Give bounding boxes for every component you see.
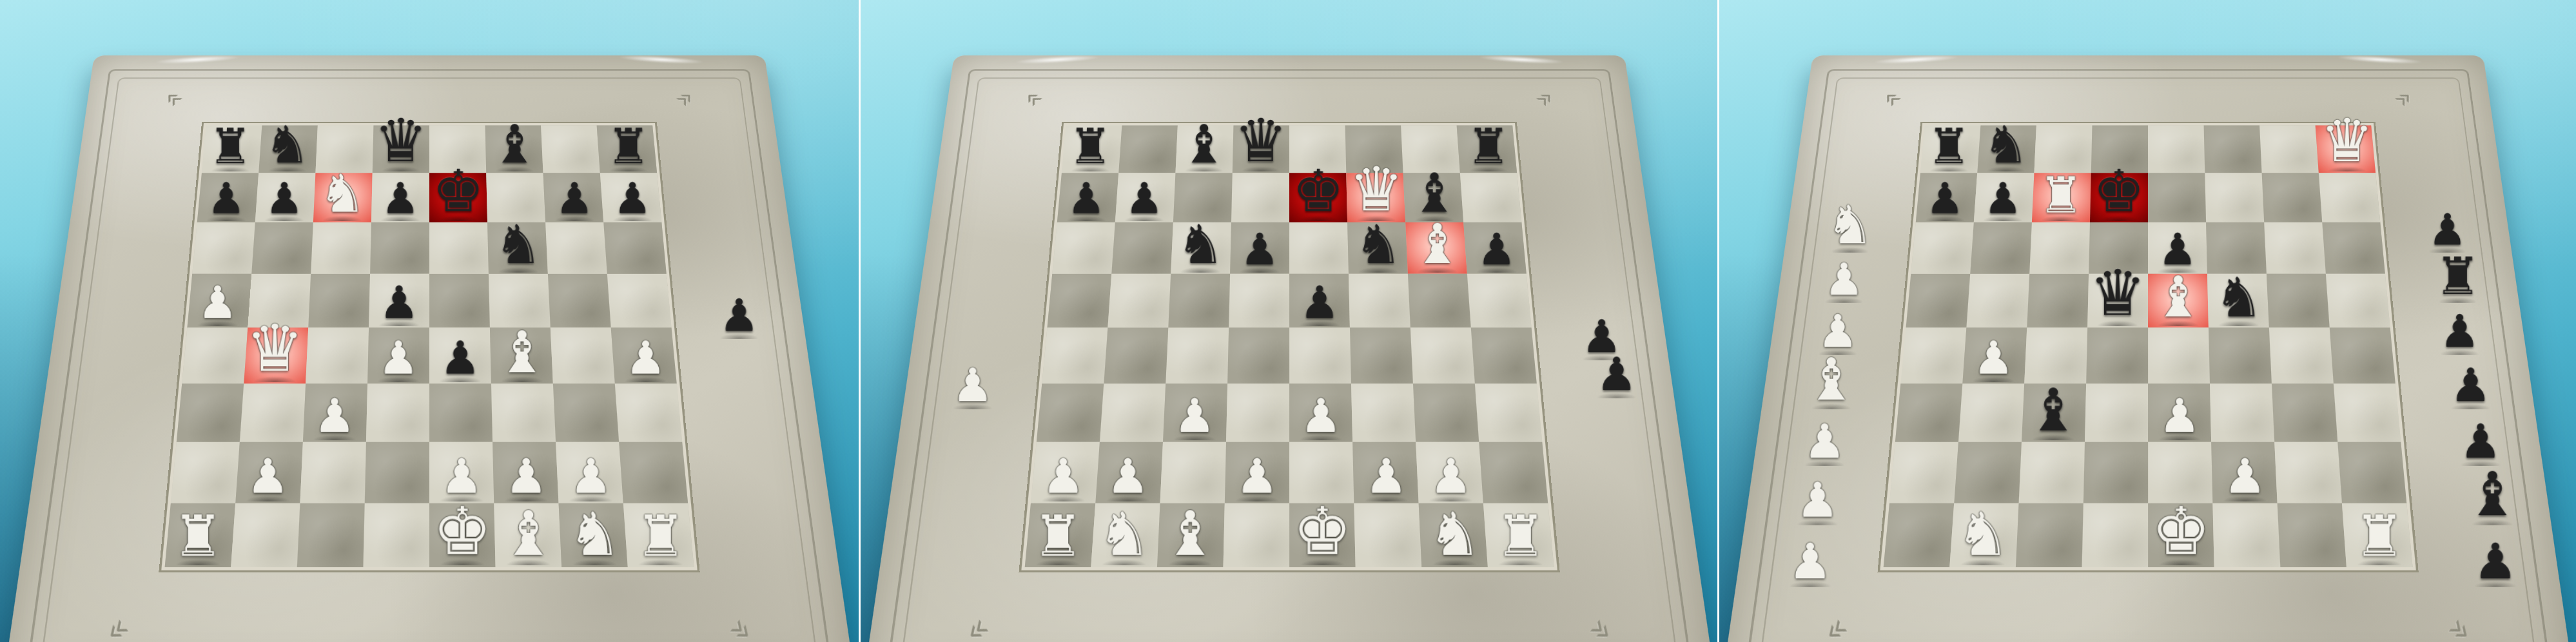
square-h3[interactable] — [2333, 384, 2400, 442]
square-c3[interactable]: ♟ — [1162, 384, 1227, 442]
square-a3[interactable] — [177, 384, 244, 442]
square-g2[interactable] — [2274, 442, 2342, 503]
table-glare-icon — [155, 54, 240, 65]
corner-ornament-icon: » — [2386, 84, 2419, 112]
black-pawn-b7[interactable]: ♟ — [255, 137, 313, 220]
corner-ornament-icon: » — [2441, 609, 2480, 642]
white-queen-b4[interactable]: ♛ — [244, 293, 306, 381]
square-c6[interactable] — [311, 222, 371, 274]
square-f1[interactable] — [2212, 503, 2280, 567]
square-a1[interactable]: ♜ — [1024, 503, 1095, 567]
square-a6[interactable] — [1052, 222, 1115, 274]
chess-table: « » « » ♜♝♛♜♟♟♚♛♝♞♟♞♝♟♟♟♟♟♟♟♟♟♜♞♝♚♞♜ ♟♟♟ — [862, 55, 1715, 642]
square-a1[interactable] — [1883, 503, 1954, 567]
square-a2[interactable] — [1889, 442, 1958, 503]
white-king-e1[interactable]: ♚ — [1289, 470, 1356, 564]
table-glare-icon — [2337, 54, 2422, 65]
black-bishop-c3[interactable]: ♝ — [2022, 349, 2085, 440]
square-h4[interactable]: ♟ — [611, 327, 677, 384]
black-pawn-d6[interactable]: ♟ — [1230, 187, 1289, 271]
black-rook-h8[interactable]: ♜ — [1459, 90, 1516, 171]
chess-board-grid: ♜♞♛♟♟♜♚♟♛♝♞♟♝♟♟♞♚♜ — [1883, 126, 2412, 567]
corner-ornament-icon: » — [723, 609, 761, 642]
square-d2[interactable] — [365, 442, 429, 503]
square-h8[interactable]: ♜ — [1456, 126, 1516, 173]
square-d2[interactable] — [2083, 442, 2147, 503]
square-f8[interactable] — [2203, 126, 2261, 173]
square-g5[interactable] — [548, 274, 611, 327]
square-d6[interactable]: ♟ — [1230, 222, 1289, 274]
square-c5[interactable] — [1168, 274, 1230, 327]
black-pawn-captured: ♟ — [2439, 327, 2502, 409]
white-rook-h1[interactable]: ♜ — [628, 470, 694, 564]
square-h7[interactable]: ♟ — [600, 173, 661, 222]
chess-titans-three-boards: { "app": "3D marble chess (Chess Titans … — [0, 0, 2576, 642]
square-e7[interactable]: ♚ — [1289, 173, 1347, 222]
white-rook-a1[interactable]: ♜ — [165, 470, 231, 564]
white-pawn-d2[interactable]: ♟ — [1224, 408, 1289, 500]
black-pawn-captured: ♟ — [708, 258, 769, 338]
table-glare-icon — [1015, 54, 1099, 65]
square-a5[interactable] — [1047, 274, 1111, 327]
square-b7[interactable]: ♟ — [1973, 173, 2034, 222]
corner-ornament-icon: « — [957, 609, 996, 642]
square-g6[interactable] — [2264, 222, 2326, 274]
white-pawn-c3[interactable]: ♟ — [303, 349, 366, 440]
square-e5[interactable]: ♝ — [2148, 274, 2209, 327]
square-d1[interactable] — [363, 503, 429, 567]
chess-board-grid: ♜♞♛♝♜♟♟♞♟♚♟♟♞♟♟♛♟♟♝♟♟♟♟♟♟♜♚♝♞♜ — [165, 126, 694, 567]
square-a7[interactable]: ♟ — [1915, 173, 1976, 222]
square-h4[interactable] — [2329, 327, 2395, 384]
black-pawn-captured: ♟ — [2429, 274, 2490, 354]
square-b1[interactable] — [231, 503, 300, 567]
black-pawn-captured: ♟ — [1585, 316, 1647, 397]
square-h6[interactable]: ♟ — [1463, 222, 1527, 274]
black-queen-d8[interactable]: ♛ — [1232, 90, 1289, 171]
corner-ornament-icon: » — [1583, 609, 1621, 642]
white-queen-h8[interactable]: ♛ — [2318, 90, 2375, 171]
white-pawn-b2[interactable]: ♟ — [235, 408, 300, 500]
black-rook-captured: ♜ — [2427, 223, 2487, 302]
black-pawn-g7[interactable]: ♟ — [545, 137, 603, 220]
chess-table: « » « » ♜♞♛♟♟♜♚♟♛♝♞♟♝♟♟♞♚♜ ♞♟♟♝♟♟♟♟♜♟♟♟♝… — [1721, 55, 2574, 642]
square-b1[interactable]: ♞ — [1091, 503, 1160, 567]
board-panel-right: « » « » ♜♞♛♟♟♜♚♟♛♝♞♟♝♟♟♞♚♜ ♞♟♟♝♟♟♟♟♜♟♟♟♝… — [1717, 0, 2576, 642]
square-g7[interactable]: ♟ — [543, 173, 604, 222]
white-bishop-c1[interactable]: ♝ — [1156, 470, 1223, 564]
square-d8[interactable]: ♛ — [1232, 126, 1289, 173]
square-g3[interactable] — [2271, 384, 2337, 442]
white-pawn-b4[interactable]: ♟ — [1962, 293, 2024, 381]
square-a7[interactable]: ♟ — [1057, 173, 1118, 222]
white-rook-h1[interactable]: ♜ — [1487, 470, 1554, 564]
table-glare-icon — [1479, 54, 1563, 65]
square-d4[interactable] — [2086, 327, 2148, 384]
square-h1[interactable]: ♜ — [1483, 503, 1554, 567]
square-e4[interactable]: ♟ — [429, 327, 491, 384]
square-c3[interactable]: ♟ — [303, 384, 367, 442]
square-b7[interactable]: ♟ — [255, 173, 316, 222]
square-b6[interactable] — [251, 222, 313, 274]
square-b5[interactable] — [1107, 274, 1171, 327]
square-e8[interactable] — [2148, 126, 2205, 173]
square-f8[interactable]: ♝ — [485, 126, 543, 173]
white-pawn-captured: ♟ — [1777, 499, 1843, 586]
black-knight-c6[interactable]: ♞ — [1171, 187, 1230, 271]
square-h5[interactable] — [1467, 274, 1531, 327]
square-f2[interactable]: ♟ — [1352, 442, 1418, 503]
scene-left: « » « » ♜♞♛♝♜♟♟♞♟♚♟♟♞♟♟♛♟♟♝♟♟♟♟♟♟♜♚♝♞♜ ♟ — [0, 0, 859, 642]
square-c7[interactable]: ♜ — [2031, 173, 2091, 222]
square-c1[interactable] — [2015, 503, 2083, 567]
black-pawn-a7[interactable]: ♟ — [1057, 137, 1115, 220]
square-f5[interactable]: ♞ — [2207, 274, 2269, 327]
square-b4[interactable]: ♛ — [244, 327, 308, 384]
black-pawn-captured: ♟ — [2448, 382, 2512, 465]
square-a4[interactable] — [1900, 327, 1966, 384]
scene-right: « » « » ♜♞♛♟♟♜♚♟♛♝♞♟♝♟♟♞♚♜ ♞♟♟♝♟♟♟♟♜♟♟♟♝… — [1719, 0, 2576, 642]
square-b4[interactable]: ♟ — [1962, 327, 2027, 384]
white-pawn-captured: ♟ — [1792, 382, 1856, 465]
black-bishop-f8[interactable]: ♝ — [486, 90, 543, 171]
square-f4[interactable] — [2208, 327, 2271, 384]
square-f5[interactable] — [1348, 274, 1410, 327]
corner-ornament-icon: « — [157, 84, 191, 112]
table-glare-icon — [619, 54, 703, 65]
black-pawn-h6[interactable]: ♟ — [1467, 187, 1526, 271]
square-d3[interactable] — [2084, 384, 2147, 442]
chess-board-grid: ♜♝♛♜♟♟♚♛♝♞♟♞♝♟♟♟♟♟♟♟♟♟♜♞♝♚♞♜ — [1024, 126, 1554, 567]
square-a3[interactable] — [1895, 384, 1962, 442]
board-panel-left: « » « » ♜♞♛♝♜♟♟♞♟♚♟♟♞♟♟♛♟♟♝♟♟♟♟♟♟♜♚♝♞♜ ♟ — [0, 0, 859, 642]
square-d7[interactable]: ♚ — [2089, 173, 2147, 222]
black-bishop-captured: ♝ — [2459, 439, 2524, 524]
square-a5[interactable] — [1906, 274, 1970, 327]
corner-ornament-icon: « — [1017, 84, 1051, 112]
square-a7[interactable]: ♟ — [197, 173, 259, 222]
white-pawn-a5[interactable]: ♟ — [188, 238, 248, 325]
square-g4[interactable] — [2269, 327, 2333, 384]
black-pawn-e4[interactable]: ♟ — [429, 293, 491, 381]
white-bishop-g6[interactable]: ♝ — [1407, 187, 1467, 271]
square-h6[interactable] — [2322, 222, 2385, 274]
white-pawn-c3[interactable]: ♟ — [1163, 349, 1226, 440]
black-pawn-h7[interactable]: ♟ — [603, 137, 661, 220]
square-g4[interactable] — [551, 327, 615, 384]
black-knight-f5[interactable]: ♞ — [2208, 238, 2269, 325]
corner-ornament-icon: « — [1876, 84, 1909, 112]
square-g4[interactable] — [1410, 327, 1474, 384]
square-h4[interactable] — [1470, 327, 1536, 384]
corner-ornament-icon: « — [1816, 609, 1855, 642]
black-pawn-b7[interactable]: ♟ — [1115, 137, 1173, 220]
square-c5[interactable] — [308, 274, 370, 327]
square-h5[interactable] — [2325, 274, 2390, 327]
black-pawn-captured: ♟ — [2417, 175, 2476, 251]
square-e5[interactable]: ♟ — [1289, 274, 1350, 327]
white-king-e1[interactable]: ♚ — [2148, 470, 2214, 564]
square-f2[interactable]: ♟ — [2211, 442, 2277, 503]
white-pawn-captured: ♟ — [1807, 274, 1868, 354]
square-a6[interactable] — [1911, 222, 1974, 274]
square-h1[interactable]: ♜ — [623, 503, 694, 567]
square-f6[interactable]: ♞ — [487, 222, 548, 274]
black-king-d7[interactable]: ♚ — [2089, 137, 2147, 220]
black-knight-f6[interactable]: ♞ — [1348, 187, 1407, 271]
square-c1[interactable]: ♝ — [1156, 503, 1224, 567]
white-knight-b1[interactable]: ♞ — [1949, 470, 2016, 564]
white-knight-b1[interactable]: ♞ — [1091, 470, 1157, 564]
square-c2[interactable] — [2018, 442, 2084, 503]
white-knight-g1[interactable]: ♞ — [1421, 470, 1488, 564]
square-d3[interactable] — [366, 384, 429, 442]
black-bishop-c8[interactable]: ♝ — [1175, 90, 1232, 171]
black-pawn-captured: ♟ — [2462, 499, 2528, 586]
black-pawn-d7[interactable]: ♟ — [371, 137, 429, 220]
black-king-e7[interactable]: ♚ — [429, 137, 487, 220]
square-f1[interactable]: ♝ — [494, 503, 561, 567]
square-h6[interactable] — [603, 222, 667, 274]
square-f7[interactable] — [2205, 173, 2264, 222]
square-e1[interactable]: ♚ — [429, 503, 496, 567]
black-pawn-b7[interactable]: ♟ — [1973, 137, 2031, 220]
white-bishop-e5[interactable]: ♝ — [2148, 238, 2209, 325]
square-d5[interactable] — [1229, 274, 1289, 327]
square-f4[interactable] — [1349, 327, 1412, 384]
white-pawn-f2[interactable]: ♟ — [1354, 408, 1418, 500]
white-knight-c7[interactable]: ♞ — [313, 137, 371, 220]
square-b1[interactable]: ♞ — [1949, 503, 2018, 567]
square-d1[interactable] — [2082, 503, 2148, 567]
chess-table: « » « » ♜♞♛♝♜♟♟♞♟♚♟♟♞♟♟♛♟♟♝♟♟♟♟♟♟♜♚♝♞♜ ♟ — [3, 55, 856, 642]
square-d7[interactable]: ♟ — [371, 173, 429, 222]
white-rook-c7[interactable]: ♜ — [2031, 137, 2089, 220]
black-pawn-a7[interactable]: ♟ — [1915, 137, 1973, 220]
square-f1[interactable] — [1354, 503, 1421, 567]
white-bishop-f4[interactable]: ♝ — [491, 293, 553, 381]
square-g7[interactable] — [2261, 173, 2322, 222]
square-g6[interactable] — [545, 222, 607, 274]
square-e3[interactable]: ♟ — [2148, 384, 2211, 442]
white-bishop-f1[interactable]: ♝ — [496, 470, 562, 564]
square-c1[interactable] — [297, 503, 365, 567]
square-b3[interactable] — [1958, 384, 2024, 442]
square-c6[interactable]: ♞ — [1171, 222, 1231, 274]
square-c3[interactable]: ♝ — [2021, 384, 2085, 442]
square-e7[interactable]: ♚ — [429, 173, 487, 222]
black-pawn-captured: ♟ — [1570, 279, 1632, 360]
square-g1[interactable]: ♞ — [559, 503, 628, 567]
corner-ornament-icon: » — [668, 84, 701, 112]
table-glare-icon — [1873, 54, 1958, 65]
white-rook-a1[interactable]: ♜ — [1024, 470, 1091, 564]
black-king-e7[interactable]: ♚ — [1289, 137, 1347, 220]
white-pawn-e3[interactable]: ♟ — [1289, 349, 1352, 440]
square-b4[interactable] — [1104, 327, 1168, 384]
square-g1[interactable]: ♞ — [1418, 503, 1487, 567]
square-g8[interactable] — [2259, 126, 2319, 173]
square-a4[interactable] — [1042, 327, 1107, 384]
white-pawn-f2[interactable]: ♟ — [2212, 408, 2277, 500]
corner-ornament-icon: « — [97, 609, 136, 642]
square-h3[interactable] — [1474, 384, 1541, 442]
square-c6[interactable] — [2029, 222, 2090, 274]
corner-ornament-icon: » — [1527, 84, 1561, 112]
white-pawn-h4[interactable]: ♟ — [615, 293, 677, 381]
black-queen-d5[interactable]: ♛ — [2087, 238, 2148, 325]
square-d4[interactable] — [1227, 327, 1289, 384]
square-e1[interactable]: ♚ — [2148, 503, 2214, 567]
black-pawn-e5[interactable]: ♟ — [1289, 238, 1350, 325]
square-h1[interactable]: ♜ — [2341, 503, 2412, 567]
square-e6[interactable] — [429, 222, 489, 274]
white-king-e1[interactable]: ♚ — [429, 470, 496, 564]
white-rook-h1[interactable]: ♜ — [2346, 470, 2412, 564]
square-c5[interactable] — [2027, 274, 2089, 327]
black-knight-f6[interactable]: ♞ — [489, 187, 548, 271]
square-f6[interactable]: ♞ — [1347, 222, 1408, 274]
white-pawn-captured: ♟ — [941, 327, 1004, 409]
white-knight-g1[interactable]: ♞ — [561, 470, 628, 564]
square-h8[interactable]: ♛ — [2315, 126, 2375, 173]
white-pawn-captured: ♟ — [1813, 223, 1873, 302]
square-g5[interactable] — [2266, 274, 2329, 327]
square-b6[interactable] — [1111, 222, 1173, 274]
black-pawn-a7[interactable]: ♟ — [197, 137, 255, 220]
square-b2[interactable]: ♟ — [235, 442, 303, 503]
square-f4[interactable]: ♝ — [490, 327, 553, 384]
square-d1[interactable] — [1223, 503, 1289, 567]
square-h3[interactable] — [615, 384, 682, 442]
white-bishop-captured: ♝ — [1800, 327, 1862, 409]
white-pawn-d4[interactable]: ♟ — [367, 293, 429, 381]
square-d4[interactable]: ♟ — [367, 327, 429, 384]
scene-center: « » « » ♜♝♛♜♟♟♚♛♝♞♟♞♝♟♟♟♟♟♟♟♟♟♜♞♝♚♞♜ ♟♟♟ — [861, 0, 1717, 642]
square-b6[interactable] — [1970, 222, 2032, 274]
square-g1[interactable] — [2277, 503, 2346, 567]
square-d2[interactable]: ♟ — [1224, 442, 1289, 503]
square-d5[interactable]: ♛ — [2087, 274, 2148, 327]
square-b7[interactable]: ♟ — [1115, 173, 1175, 222]
square-c7[interactable]: ♞ — [313, 173, 373, 222]
square-g5[interactable] — [1407, 274, 1470, 327]
white-pawn-captured: ♟ — [1784, 439, 1849, 524]
square-a4[interactable] — [182, 327, 248, 384]
square-c8[interactable]: ♝ — [1175, 126, 1233, 173]
white-pawn-e3[interactable]: ♟ — [2148, 349, 2211, 440]
square-g6[interactable]: ♝ — [1405, 222, 1467, 274]
board-panel-center: « » « » ♜♝♛♜♟♟♚♛♝♞♟♞♝♟♟♟♟♟♟♟♟♟♜♞♝♚♞♜ ♟♟♟ — [859, 0, 1717, 642]
square-a1[interactable]: ♜ — [165, 503, 236, 567]
square-e1[interactable]: ♚ — [1289, 503, 1356, 567]
white-knight-captured: ♞ — [1820, 175, 1879, 251]
square-h7[interactable] — [2318, 173, 2379, 222]
square-e3[interactable]: ♟ — [1289, 384, 1352, 442]
square-c2[interactable] — [300, 442, 366, 503]
square-a5[interactable]: ♟ — [187, 274, 251, 327]
